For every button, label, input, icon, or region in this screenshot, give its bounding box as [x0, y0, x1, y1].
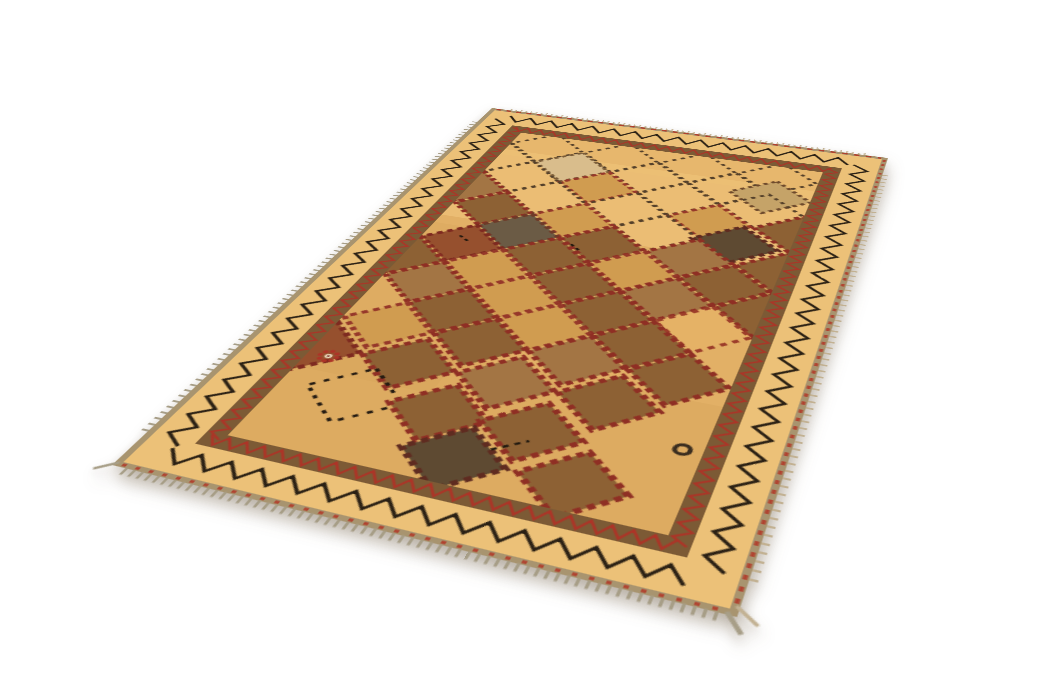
rug-svg — [112, 108, 888, 617]
rug — [112, 108, 888, 617]
rug-shadow — [0, 0, 1050, 700]
scene: Handwoven Persian Gabbeh wool rug with s… — [0, 0, 1050, 700]
